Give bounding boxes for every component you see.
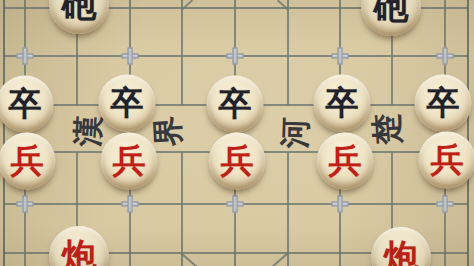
black-soldier-i4[interactable]: 卒 bbox=[415, 75, 472, 132]
piece-glyph: 卒 bbox=[9, 87, 42, 120]
piece-glyph: 兵 bbox=[221, 144, 254, 177]
red-soldier-e7[interactable]: 兵 bbox=[209, 133, 266, 190]
red-soldier-a7[interactable]: 兵 bbox=[0, 133, 56, 190]
piece-glyph: 卒 bbox=[219, 87, 252, 120]
black-cannon-h3[interactable]: 砲 bbox=[361, 0, 421, 36]
black-soldier-a4[interactable]: 卒 bbox=[0, 76, 54, 133]
red-cannon-b8[interactable]: 炮 bbox=[49, 226, 109, 266]
piece-glyph: 卒 bbox=[326, 86, 359, 119]
piece-glyph: 兵 bbox=[11, 144, 44, 177]
red-soldier-c7[interactable]: 兵 bbox=[101, 133, 158, 190]
piece-glyph: 砲 bbox=[62, 0, 97, 21]
xiangqi-board: 漢界河楚 砲砲卒卒卒卒卒兵兵兵兵兵炮炮 bbox=[0, 0, 474, 266]
red-cannon-h8[interactable]: 炮 bbox=[371, 227, 431, 266]
black-soldier-e4[interactable]: 卒 bbox=[207, 76, 264, 133]
piece-glyph: 卒 bbox=[427, 86, 460, 119]
piece-glyph: 砲 bbox=[374, 0, 409, 23]
pieces-layer: 砲砲卒卒卒卒卒兵兵兵兵兵炮炮 bbox=[0, 0, 474, 266]
red-soldier-i7[interactable]: 兵 bbox=[419, 132, 474, 189]
piece-glyph: 炮 bbox=[62, 238, 97, 266]
black-cannon-b3[interactable]: 砲 bbox=[49, 0, 109, 34]
piece-glyph: 兵 bbox=[329, 144, 362, 177]
piece-glyph: 兵 bbox=[113, 144, 146, 177]
black-soldier-c4[interactable]: 卒 bbox=[99, 75, 156, 132]
red-soldier-g7[interactable]: 兵 bbox=[317, 133, 374, 190]
piece-glyph: 炮 bbox=[384, 239, 419, 266]
piece-glyph: 兵 bbox=[431, 143, 464, 176]
piece-glyph: 卒 bbox=[111, 86, 144, 119]
black-soldier-g4[interactable]: 卒 bbox=[314, 75, 371, 132]
